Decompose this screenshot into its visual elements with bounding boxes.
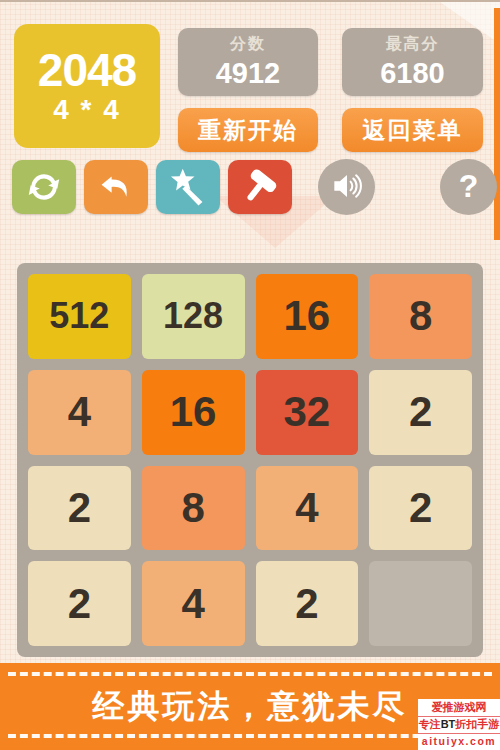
best-score-box: 最高分 6180 [342,28,483,96]
tile-2: 2 [28,466,131,551]
tile-8: 8 [369,274,472,359]
right-frame-strip [494,8,500,240]
refresh-button[interactable] [12,160,76,214]
best-score-value: 6180 [380,57,445,90]
sound-button[interactable] [318,159,375,215]
logo-subtitle: 4 * 4 [53,94,121,126]
restart-button[interactable]: 重新开始 [178,108,318,152]
board-grid[interactable]: 5121281684163222842242 [17,263,483,657]
tile-4: 4 [28,370,131,455]
tile-2: 2 [369,466,472,551]
empty-cell [369,561,472,646]
logo-title: 2048 [38,46,136,94]
tile-8: 8 [142,466,245,551]
watermark-box: 爱推游戏网 专注BT折扣手游 aituiyx.com [418,699,500,750]
watermark-domain: aituiyx.com [418,733,500,749]
tile-2: 2 [28,561,131,646]
tile-512: 512 [28,274,131,359]
back-to-menu-button[interactable]: 返回菜单 [342,108,483,152]
best-score-label: 最高分 [386,34,440,55]
undo-button[interactable] [84,160,148,214]
question-mark-icon: ? [459,168,479,205]
hammer-icon [239,166,281,208]
hammer-button[interactable] [228,160,292,214]
watermark-tagline: 专注BT折扣手游 [418,716,500,733]
tile-16: 16 [256,274,359,359]
help-button[interactable]: ? [440,159,497,215]
watermark-site-name: 爱推游戏网 [418,700,500,716]
undo-icon [95,166,137,208]
top-border-line [0,0,500,2]
tile-32: 32 [256,370,359,455]
tile-2: 2 [256,561,359,646]
speaker-icon [328,167,366,208]
tile-2: 2 [369,370,472,455]
score-label: 分数 [230,34,266,55]
score-value: 4912 [216,57,281,90]
magic-wand-button[interactable] [156,160,220,214]
tile-128: 128 [142,274,245,359]
magic-wand-icon [167,166,209,208]
score-box: 分数 4912 [178,28,318,96]
tile-4: 4 [256,466,359,551]
game-screen: 2048 4 * 4 分数 4912 最高分 6180 重新开始 返回菜单 [0,0,500,750]
tile-16: 16 [142,370,245,455]
refresh-icon [23,166,65,208]
tile-4: 4 [142,561,245,646]
banner-dashed-line [8,672,492,676]
logo-tile: 2048 4 * 4 [14,24,160,148]
